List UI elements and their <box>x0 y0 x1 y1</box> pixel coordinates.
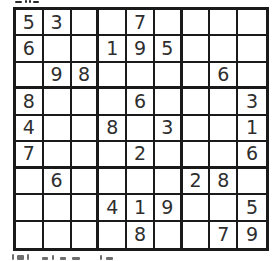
sudoku-cell-r8c1 <box>16 195 44 221</box>
sudoku-cell-r3c8: 6 <box>210 63 238 89</box>
sudoku-cell-r5c3 <box>72 116 100 142</box>
sudoku-cell-r8c3 <box>72 195 100 221</box>
sudoku-cell-r4c3 <box>72 89 100 115</box>
sudoku-cell-r3c6 <box>155 63 183 89</box>
sudoku-cell-r5c9: 1 <box>238 116 266 142</box>
sudoku-cell-r2c6: 5 <box>155 36 183 62</box>
sudoku-cell-r6c5: 2 <box>127 142 155 168</box>
sudoku-cell-r7c8: 8 <box>210 169 238 195</box>
sudoku-cell-r8c4: 4 <box>99 195 127 221</box>
sudoku-cell-r5c7 <box>183 116 211 142</box>
sudoku-cell-r2c4: 1 <box>99 36 127 62</box>
sudoku-cell-r8c5: 1 <box>127 195 155 221</box>
sudoku-cell-r7c1 <box>16 169 44 195</box>
sudoku-cell-r5c2 <box>44 116 72 142</box>
sudoku-cell-r6c8 <box>210 142 238 168</box>
sudoku-cell-r6c7 <box>183 142 211 168</box>
sudoku-cell-r4c4 <box>99 89 127 115</box>
sudoku-cell-r3c3: 8 <box>72 63 100 89</box>
sudoku-cell-r9c5: 8 <box>127 222 155 248</box>
sudoku-cell-r7c4 <box>99 169 127 195</box>
sudoku-cell-r4c1: 8 <box>16 89 44 115</box>
sudoku-cell-r9c4 <box>99 222 127 248</box>
sudoku-cell-r6c1: 7 <box>16 142 44 168</box>
sudoku-cell-r4c8 <box>210 89 238 115</box>
sudoku-cell-r8c6: 9 <box>155 195 183 221</box>
page: { "game": "sudoku", "position": "5300700… <box>0 0 275 261</box>
sudoku-cell-r4c2 <box>44 89 72 115</box>
sudoku-cell-r6c3 <box>72 142 100 168</box>
sudoku-cell-r8c8 <box>210 195 238 221</box>
sudoku-cell-r3c4 <box>99 63 127 89</box>
sudoku-cell-r7c3 <box>72 169 100 195</box>
sudoku-cell-r1c2: 3 <box>44 10 72 36</box>
sudoku-cell-r2c3 <box>72 36 100 62</box>
sudoku-cell-r7c2: 6 <box>44 169 72 195</box>
sudoku-cell-r6c6 <box>155 142 183 168</box>
sudoku-board: 537619598686348317266284195879 <box>13 7 269 251</box>
sudoku-cell-r1c6 <box>155 10 183 36</box>
sudoku-cell-r9c2 <box>44 222 72 248</box>
sudoku-cell-r8c2 <box>44 195 72 221</box>
sudoku-cell-r5c1: 4 <box>16 116 44 142</box>
sudoku-cell-r3c9 <box>238 63 266 89</box>
sudoku-cell-r3c1 <box>16 63 44 89</box>
sudoku-cell-r7c9 <box>238 169 266 195</box>
sudoku-cell-r4c7 <box>183 89 211 115</box>
sudoku-cell-r1c8 <box>210 10 238 36</box>
sudoku-cell-r6c4 <box>99 142 127 168</box>
sudoku-cell-r5c6: 3 <box>155 116 183 142</box>
sudoku-cell-r9c9: 9 <box>238 222 266 248</box>
sudoku-cell-r9c7 <box>183 222 211 248</box>
sudoku-cell-r4c5: 6 <box>127 89 155 115</box>
sudoku-cell-r4c6 <box>155 89 183 115</box>
sudoku-cell-r1c1: 5 <box>16 10 44 36</box>
sudoku-cell-r7c6 <box>155 169 183 195</box>
sudoku-cell-r2c8 <box>210 36 238 62</box>
sudoku-cell-r3c7 <box>183 63 211 89</box>
sudoku-cell-r8c7 <box>183 195 211 221</box>
sudoku-cell-r1c3 <box>72 10 100 36</box>
sudoku-cell-r2c9 <box>238 36 266 62</box>
sudoku-cell-r1c7 <box>183 10 211 36</box>
sudoku-cell-r2c5: 9 <box>127 36 155 62</box>
sudoku-cell-r1c5: 7 <box>127 10 155 36</box>
sudoku-cell-r7c7: 2 <box>183 169 211 195</box>
sudoku-cell-r7c5 <box>127 169 155 195</box>
sudoku-cell-r4c9: 3 <box>238 89 266 115</box>
sudoku-cell-r5c4: 8 <box>99 116 127 142</box>
sudoku-cell-r3c2: 9 <box>44 63 72 89</box>
sudoku-cell-r6c9: 6 <box>238 142 266 168</box>
sudoku-cell-r5c8 <box>210 116 238 142</box>
sudoku-cell-r9c3 <box>72 222 100 248</box>
sudoku-cell-r2c7 <box>183 36 211 62</box>
sudoku-cell-r1c4 <box>99 10 127 36</box>
sudoku-cell-r9c8: 7 <box>210 222 238 248</box>
sudoku-cell-r5c5 <box>127 116 155 142</box>
sudoku-cell-r2c2 <box>44 36 72 62</box>
sudoku-cell-r3c5 <box>127 63 155 89</box>
sudoku-cell-r2c1: 6 <box>16 36 44 62</box>
sudoku-cell-r9c6 <box>155 222 183 248</box>
sudoku-cell-r8c9: 5 <box>238 195 266 221</box>
sudoku-cell-r6c2 <box>44 142 72 168</box>
sudoku-cell-r1c9 <box>238 10 266 36</box>
sudoku-cell-r9c1 <box>16 222 44 248</box>
